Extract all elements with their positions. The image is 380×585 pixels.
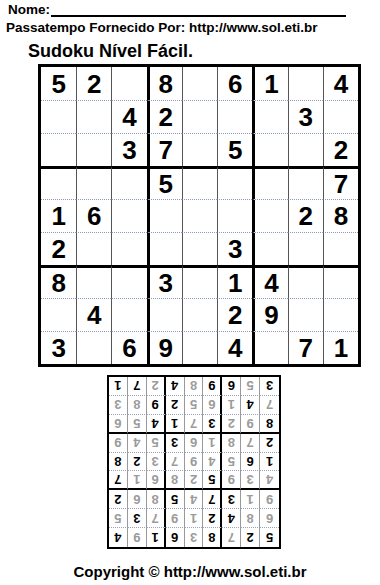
cell-r5c9[interactable]: 8 xyxy=(323,199,358,232)
solution-cell-r3c8: 6 xyxy=(128,490,147,509)
cell-r7c8[interactable] xyxy=(288,265,323,298)
sudoku-puzzle-grid: 5286144233752571628238314429369471 xyxy=(38,64,361,367)
solution-cell-r6c4: 1 xyxy=(203,434,222,453)
cell-r4c6[interactable] xyxy=(217,166,252,199)
cell-r5c7[interactable] xyxy=(252,199,287,232)
cell-r8c6[interactable]: 2 xyxy=(217,298,252,331)
solution-cell-r7c6: 1 xyxy=(166,415,185,434)
cell-r3c5[interactable] xyxy=(182,133,217,166)
solution-cell-r1c9: 4 xyxy=(109,528,128,547)
cell-r3c6[interactable]: 5 xyxy=(217,133,252,166)
solution-cell-r8c2: 4 xyxy=(241,396,260,415)
solution-cell-r3c9: 2 xyxy=(109,490,128,509)
solution-cell-r6c8: 4 xyxy=(128,434,147,453)
cell-r7c6[interactable]: 1 xyxy=(217,265,252,298)
cell-r9c8[interactable]: 7 xyxy=(288,331,323,364)
cell-r8c8[interactable] xyxy=(288,298,323,331)
cell-r4c3[interactable] xyxy=(111,166,146,199)
cell-r1c5[interactable] xyxy=(182,67,217,100)
solution-cell-r7c3: 2 xyxy=(222,415,241,434)
cell-r6c1[interactable]: 2 xyxy=(41,232,76,265)
cell-r8c2[interactable]: 4 xyxy=(76,298,111,331)
cell-r5c8[interactable]: 2 xyxy=(288,199,323,232)
solution-cell-r3c1: 9 xyxy=(260,490,279,509)
cell-r9c4[interactable]: 9 xyxy=(147,331,182,364)
cell-r4c1[interactable] xyxy=(41,166,76,199)
cell-r8c1[interactable] xyxy=(41,298,76,331)
cell-r1c1[interactable]: 5 xyxy=(41,67,76,100)
solution-cell-r1c3: 7 xyxy=(222,528,241,547)
provider-line: Passatempo Fornecido Por: http://www.sol… xyxy=(6,20,318,35)
cell-r2c8[interactable]: 3 xyxy=(288,100,323,133)
cell-r1c8[interactable] xyxy=(288,67,323,100)
solution-cell-r2c4: 2 xyxy=(203,509,222,528)
cell-r5c3[interactable] xyxy=(111,199,146,232)
cell-r2c2[interactable] xyxy=(76,100,111,133)
solution-cell-r1c1: 5 xyxy=(260,528,279,547)
cell-r1c6[interactable]: 6 xyxy=(217,67,252,100)
cell-r2c6[interactable] xyxy=(217,100,252,133)
name-label: Nome: xyxy=(8,2,50,17)
solution-cell-r5c2: 6 xyxy=(241,453,260,472)
solution-cell-r2c3: 4 xyxy=(222,509,241,528)
cell-r4c8[interactable] xyxy=(288,166,323,199)
cell-r9c3[interactable]: 6 xyxy=(111,331,146,364)
solution-cell-r2c8: 3 xyxy=(128,509,147,528)
cell-r3c9[interactable]: 2 xyxy=(323,133,358,166)
solution-cell-r5c7: 3 xyxy=(147,453,166,472)
solution-cell-r8c7: 9 xyxy=(147,396,166,415)
cell-r5c4[interactable] xyxy=(147,199,182,232)
solution-cell-r4c3: 9 xyxy=(222,471,241,490)
solution-cell-r3c4: 7 xyxy=(203,490,222,509)
solution-cell-r7c4: 3 xyxy=(203,415,222,434)
cell-r4c2[interactable] xyxy=(76,166,111,199)
cell-r1c3[interactable] xyxy=(111,67,146,100)
cell-r6c6[interactable]: 3 xyxy=(217,232,252,265)
solution-cell-r6c6: 3 xyxy=(166,434,185,453)
cell-r9c6[interactable]: 4 xyxy=(217,331,252,364)
solution-cell-r9c4: 9 xyxy=(203,377,222,396)
cell-r7c7[interactable]: 4 xyxy=(252,265,287,298)
solution-cell-r1c6: 6 xyxy=(166,528,185,547)
cell-r7c2[interactable] xyxy=(76,265,111,298)
cell-r6c5[interactable] xyxy=(182,232,217,265)
cell-r5c5[interactable] xyxy=(182,199,217,232)
solution-cell-r1c4: 8 xyxy=(203,528,222,547)
cell-r3c2[interactable] xyxy=(76,133,111,166)
solution-cell-r4c5: 2 xyxy=(185,471,204,490)
cell-r3c7[interactable] xyxy=(252,133,287,166)
copyright-text: Copyright © http://www.sol.eti.br xyxy=(0,563,380,580)
solution-cell-r1c7: 1 xyxy=(147,528,166,547)
solution-cell-r7c9: 6 xyxy=(109,415,128,434)
solution-cell-r5c5: 9 xyxy=(185,453,204,472)
solution-cell-r4c8: 1 xyxy=(128,471,147,490)
cell-r9c5[interactable] xyxy=(182,331,217,364)
cell-r1c9[interactable]: 4 xyxy=(323,67,358,100)
solution-cell-r1c2: 2 xyxy=(241,528,260,547)
cell-r6c8[interactable] xyxy=(288,232,323,265)
solution-cell-r5c3: 5 xyxy=(222,453,241,472)
solution-cell-r9c3: 6 xyxy=(222,377,241,396)
solution-cell-r8c5: 5 xyxy=(185,396,204,415)
solution-cell-r8c6: 2 xyxy=(166,396,185,415)
sudoku-worksheet-page: Nome: Passatempo Fornecido Por: http://w… xyxy=(0,0,380,585)
solution-cell-r2c7: 7 xyxy=(147,509,166,528)
solution-cell-r4c9: 7 xyxy=(109,471,128,490)
cell-r9c7[interactable] xyxy=(252,331,287,364)
cell-r3c1[interactable] xyxy=(41,133,76,166)
solution-cell-r9c5: 8 xyxy=(185,377,204,396)
solution-cell-r4c6: 8 xyxy=(166,471,185,490)
cell-r3c8[interactable] xyxy=(288,133,323,166)
solution-cell-r4c1: 4 xyxy=(260,471,279,490)
solution-cell-r2c9: 5 xyxy=(109,509,128,528)
solution-cell-r8c8: 8 xyxy=(128,396,147,415)
cell-r5c1[interactable]: 1 xyxy=(41,199,76,232)
cell-r9c1[interactable]: 3 xyxy=(41,331,76,364)
solution-cell-r5c8: 2 xyxy=(128,453,147,472)
cell-r2c7[interactable] xyxy=(252,100,287,133)
cell-r4c5[interactable] xyxy=(182,166,217,199)
cell-r5c2[interactable]: 6 xyxy=(76,199,111,232)
cell-r1c7[interactable]: 1 xyxy=(252,67,287,100)
solution-cell-r9c2: 5 xyxy=(241,377,260,396)
solution-cell-r5c1: 1 xyxy=(260,453,279,472)
cell-r8c7[interactable]: 9 xyxy=(252,298,287,331)
cell-r8c5[interactable] xyxy=(182,298,217,331)
solution-cell-r6c2: 7 xyxy=(241,434,260,453)
solution-cell-r1c5: 3 xyxy=(185,528,204,547)
cell-r9c9[interactable]: 1 xyxy=(323,331,358,364)
solution-cell-r6c9: 9 xyxy=(109,434,128,453)
solution-cell-r1c8: 9 xyxy=(128,528,147,547)
solution-cell-r7c7: 4 xyxy=(147,415,166,434)
solution-cell-r4c2: 3 xyxy=(241,471,260,490)
sudoku-solution-grid-rotated: 5278361946842197359137458624395286171654… xyxy=(107,375,281,549)
solution-cell-r7c5: 7 xyxy=(185,415,204,434)
solution-cell-r3c7: 8 xyxy=(147,490,166,509)
cell-r7c4[interactable]: 3 xyxy=(147,265,182,298)
solution-cell-r3c2: 1 xyxy=(241,490,260,509)
solution-cell-r2c6: 9 xyxy=(166,509,185,528)
cell-r6c3[interactable] xyxy=(111,232,146,265)
cell-r3c3[interactable]: 3 xyxy=(111,133,146,166)
cell-r1c4[interactable]: 8 xyxy=(147,67,182,100)
solution-cell-r5c6: 7 xyxy=(166,453,185,472)
cell-r5c6[interactable] xyxy=(217,199,252,232)
cell-r2c4[interactable]: 2 xyxy=(147,100,182,133)
cell-r1c2[interactable]: 2 xyxy=(76,67,111,100)
cell-r6c4[interactable] xyxy=(147,232,182,265)
cell-r7c3[interactable] xyxy=(111,265,146,298)
solution-cell-r5c4: 4 xyxy=(203,453,222,472)
solution-cell-r2c1: 6 xyxy=(260,509,279,528)
solution-cell-r9c1: 3 xyxy=(260,377,279,396)
solution-cell-r9c6: 4 xyxy=(166,377,185,396)
cell-r2c9[interactable] xyxy=(323,100,358,133)
solution-cell-r2c5: 1 xyxy=(185,509,204,528)
solution-cell-r6c1: 2 xyxy=(260,434,279,453)
cell-r2c5[interactable] xyxy=(182,100,217,133)
cell-r3c4[interactable]: 7 xyxy=(147,133,182,166)
cell-r7c9[interactable] xyxy=(323,265,358,298)
cell-r9c2[interactable] xyxy=(76,331,111,364)
cell-r8c3[interactable] xyxy=(111,298,146,331)
cell-r8c4[interactable] xyxy=(147,298,182,331)
cell-r4c9[interactable]: 7 xyxy=(323,166,358,199)
solution-cell-r8c3: 1 xyxy=(222,396,241,415)
solution-cell-r8c9: 3 xyxy=(109,396,128,415)
solution-cell-r9c8: 7 xyxy=(128,377,147,396)
solution-cell-r6c7: 5 xyxy=(147,434,166,453)
solution-cell-r3c6: 5 xyxy=(166,490,185,509)
cell-r6c9[interactable] xyxy=(323,232,358,265)
solution-cell-r8c4: 6 xyxy=(203,396,222,415)
cell-r2c3[interactable]: 4 xyxy=(111,100,146,133)
solution-cell-r7c1: 8 xyxy=(260,415,279,434)
cell-r7c1[interactable]: 8 xyxy=(41,265,76,298)
cell-r4c4[interactable]: 5 xyxy=(147,166,182,199)
solution-cell-r3c3: 3 xyxy=(222,490,241,509)
cell-r4c7[interactable] xyxy=(252,166,287,199)
solution-cell-r2c2: 8 xyxy=(241,509,260,528)
solution-cell-r5c9: 8 xyxy=(109,453,128,472)
solution-cell-r8c1: 7 xyxy=(260,396,279,415)
solution-cell-r6c3: 8 xyxy=(222,434,241,453)
solution-cell-r3c5: 4 xyxy=(185,490,204,509)
cell-r6c7[interactable] xyxy=(252,232,287,265)
solution-cell-r4c7: 6 xyxy=(147,471,166,490)
page-title: Sudoku Nível Fácil. xyxy=(28,41,193,62)
cell-r8c9[interactable] xyxy=(323,298,358,331)
cell-r2c1[interactable] xyxy=(41,100,76,133)
solution-cell-r9c9: 1 xyxy=(109,377,128,396)
cell-r6c2[interactable] xyxy=(76,232,111,265)
solution-cell-r6c5: 6 xyxy=(185,434,204,453)
solution-cell-r9c7: 2 xyxy=(147,377,166,396)
cell-r7c5[interactable] xyxy=(182,265,217,298)
solution-cell-r7c2: 9 xyxy=(241,415,260,434)
solution-cell-r4c4: 5 xyxy=(203,471,222,490)
name-field[interactable] xyxy=(51,15,346,17)
solution-cell-r7c8: 5 xyxy=(128,415,147,434)
